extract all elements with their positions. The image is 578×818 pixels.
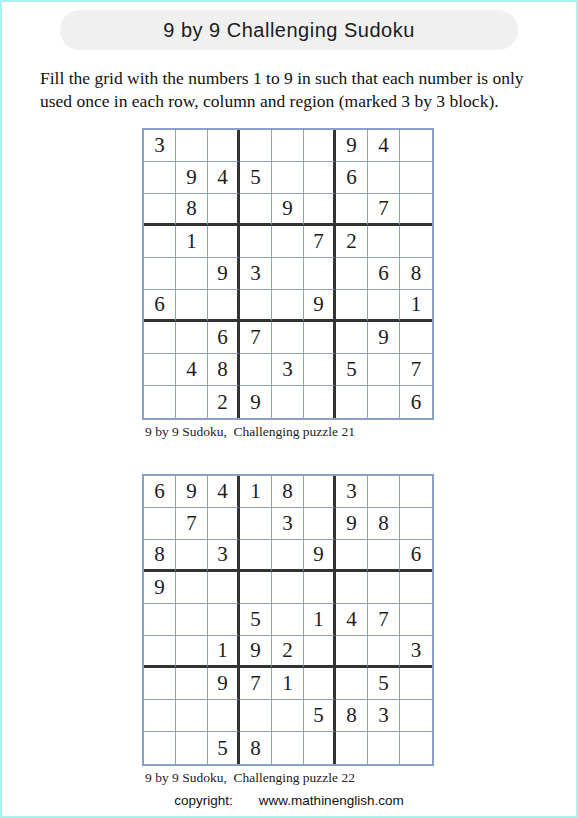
sudoku-cell-r6c8[interactable]: [368, 290, 400, 322]
sudoku-cell-r2c8[interactable]: 8: [368, 508, 400, 540]
sudoku-cell-r3c2[interactable]: 8: [176, 194, 208, 226]
sudoku-cell-r9c2[interactable]: [176, 732, 208, 764]
sudoku-cell-r3c6[interactable]: [304, 194, 336, 226]
sudoku-cell-r4c7[interactable]: [336, 572, 368, 604]
sudoku-cell-r6c2[interactable]: [176, 636, 208, 668]
sudoku-cell-r2c7[interactable]: 9: [336, 508, 368, 540]
sudoku-cell-r7c4[interactable]: 7: [240, 668, 272, 700]
puzzle-21-block: 3949456897172936869167948357296 9 by 9 S…: [142, 128, 576, 440]
sudoku-cell-r4c5[interactable]: [272, 572, 304, 604]
sudoku-cell-r7c1[interactable]: [144, 322, 176, 354]
sudoku-cell-r4c5[interactable]: [272, 226, 304, 258]
sudoku-cell-r9c3[interactable]: 2: [208, 386, 240, 418]
sudoku-cell-r6c9[interactable]: 1: [400, 290, 432, 322]
sudoku-cell-r6c9[interactable]: 3: [400, 636, 432, 668]
footer: copyright:www.mathinenglish.com: [2, 793, 576, 808]
sudoku-cell-r9c1[interactable]: [144, 386, 176, 418]
sudoku-cell-r1c8[interactable]: [368, 476, 400, 508]
sudoku-cell-r8c9[interactable]: 7: [400, 354, 432, 386]
sudoku-cell-r5c4[interactable]: 5: [240, 604, 272, 636]
sudoku-cell-r7c3[interactable]: 9: [208, 668, 240, 700]
sudoku-cell-r5c6[interactable]: [304, 258, 336, 290]
sudoku-cell-r5c6[interactable]: 1: [304, 604, 336, 636]
sudoku-cell-r9c7[interactable]: [336, 732, 368, 764]
sudoku-cell-r5c5[interactable]: [272, 258, 304, 290]
sudoku-cell-r8c3[interactable]: 8: [208, 354, 240, 386]
sudoku-cell-r5c7[interactable]: [336, 258, 368, 290]
sudoku-cell-r4c4[interactable]: [240, 572, 272, 604]
sudoku-cell-r8c5[interactable]: 3: [272, 354, 304, 386]
page-title: 9 by 9 Challenging Sudoku: [163, 19, 415, 42]
sudoku-cell-r3c7[interactable]: [336, 194, 368, 226]
sudoku-cell-r4c8[interactable]: [368, 226, 400, 258]
sudoku-cell-r6c4[interactable]: 9: [240, 636, 272, 668]
sudoku-cell-r1c3[interactable]: [208, 130, 240, 162]
instructions: Fill the grid with the numbers 1 to 9 in…: [40, 67, 576, 113]
copyright-url: www.mathinenglish.com: [259, 793, 404, 808]
sudoku-cell-r7c6[interactable]: [304, 668, 336, 700]
sudoku-cell-r5c8[interactable]: 6: [368, 258, 400, 290]
sudoku-cell-r8c7[interactable]: 8: [336, 700, 368, 732]
sudoku-cell-r3c1[interactable]: 8: [144, 540, 176, 572]
sudoku-cell-r2c1[interactable]: [144, 508, 176, 540]
sudoku-cell-r5c3[interactable]: [208, 604, 240, 636]
sudoku-cell-r3c2[interactable]: [176, 540, 208, 572]
sudoku-cell-r2c9[interactable]: [400, 162, 432, 194]
sudoku-cell-r1c6[interactable]: [304, 130, 336, 162]
sudoku-cell-r1c1[interactable]: 6: [144, 476, 176, 508]
sudoku-cell-r3c7[interactable]: [336, 540, 368, 572]
sudoku-cell-r1c2[interactable]: [176, 130, 208, 162]
sudoku-cell-r3c9[interactable]: [400, 194, 432, 226]
sudoku-cell-r2c3[interactable]: 4: [208, 162, 240, 194]
worksheet-page: 9 by 9 Challenging Sudoku Fill the grid …: [0, 0, 578, 818]
sudoku-cell-r4c2[interactable]: 1: [176, 226, 208, 258]
sudoku-cell-r7c1[interactable]: [144, 668, 176, 700]
sudoku-cell-r4c8[interactable]: [368, 572, 400, 604]
sudoku-cell-r8c8[interactable]: 3: [368, 700, 400, 732]
sudoku-cell-r9c4[interactable]: 9: [240, 386, 272, 418]
sudoku-cell-r3c1[interactable]: [144, 194, 176, 226]
sudoku-cell-r1c9[interactable]: [400, 476, 432, 508]
sudoku-cell-r1c7[interactable]: 3: [336, 476, 368, 508]
sudoku-cell-r6c5[interactable]: [272, 290, 304, 322]
sudoku-cell-r3c5[interactable]: 9: [272, 194, 304, 226]
sudoku-cell-r4c6[interactable]: [304, 572, 336, 604]
sudoku-cell-r7c6[interactable]: [304, 322, 336, 354]
sudoku-cell-r7c2[interactable]: [176, 322, 208, 354]
sudoku-cell-r6c8[interactable]: [368, 636, 400, 668]
sudoku-cell-r3c8[interactable]: [368, 540, 400, 572]
sudoku-cell-r2c5[interactable]: 3: [272, 508, 304, 540]
sudoku-cell-r2c9[interactable]: [400, 508, 432, 540]
sudoku-cell-r1c4[interactable]: [240, 130, 272, 162]
sudoku-cell-r6c3[interactable]: [208, 290, 240, 322]
sudoku-cell-r2c5[interactable]: [272, 162, 304, 194]
sudoku-cell-r1c3[interactable]: 4: [208, 476, 240, 508]
sudoku-cell-r7c9[interactable]: [400, 322, 432, 354]
title-pill: 9 by 9 Challenging Sudoku: [60, 10, 518, 50]
sudoku-cell-r1c7[interactable]: 9: [336, 130, 368, 162]
sudoku-cell-r4c3[interactable]: [208, 226, 240, 258]
sudoku-cell-r8c4[interactable]: [240, 700, 272, 732]
sudoku-cell-r5c5[interactable]: [272, 604, 304, 636]
sudoku-cell-r6c4[interactable]: [240, 290, 272, 322]
sudoku-cell-r5c8[interactable]: 7: [368, 604, 400, 636]
sudoku-cell-r3c4[interactable]: [240, 540, 272, 572]
sudoku-cell-r8c6[interactable]: 5: [304, 700, 336, 732]
sudoku-grid-puzzle-21: 3949456897172936869167948357296: [142, 128, 434, 420]
sudoku-cell-r1c5[interactable]: [272, 130, 304, 162]
sudoku-cell-r7c5[interactable]: 1: [272, 668, 304, 700]
sudoku-cell-r1c6[interactable]: [304, 476, 336, 508]
sudoku-cell-r9c9[interactable]: 6: [400, 386, 432, 418]
sudoku-cell-r5c7[interactable]: 4: [336, 604, 368, 636]
sudoku-cell-r6c7[interactable]: [336, 290, 368, 322]
sudoku-cell-r1c5[interactable]: 8: [272, 476, 304, 508]
sudoku-cell-r6c2[interactable]: [176, 290, 208, 322]
sudoku-cell-r8c2[interactable]: [176, 700, 208, 732]
sudoku-cell-r5c3[interactable]: 9: [208, 258, 240, 290]
sudoku-cell-r2c1[interactable]: [144, 162, 176, 194]
sudoku-cell-r8c6[interactable]: [304, 354, 336, 386]
sudoku-cell-r2c8[interactable]: [368, 162, 400, 194]
sudoku-cell-r3c9[interactable]: 6: [400, 540, 432, 572]
sudoku-cell-r2c7[interactable]: 6: [336, 162, 368, 194]
puzzle-22-block: 69418373988396951471923971558358 9 by 9 …: [142, 474, 576, 786]
puzzle-22-caption: 9 by 9 Sudoku, Challenging puzzle 22: [145, 770, 576, 786]
sudoku-cell-r7c7[interactable]: [336, 668, 368, 700]
sudoku-cell-r5c4[interactable]: 3: [240, 258, 272, 290]
sudoku-cell-r5c9[interactable]: 8: [400, 258, 432, 290]
sudoku-cell-r9c6[interactable]: [304, 386, 336, 418]
sudoku-cell-r3c4[interactable]: [240, 194, 272, 226]
sudoku-cell-r4c7[interactable]: 2: [336, 226, 368, 258]
sudoku-cell-r1c9[interactable]: [400, 130, 432, 162]
sudoku-cell-r5c2[interactable]: [176, 258, 208, 290]
sudoku-cell-r6c1[interactable]: 6: [144, 290, 176, 322]
sudoku-cell-r4c9[interactable]: [400, 226, 432, 258]
sudoku-cell-r9c4[interactable]: 8: [240, 732, 272, 764]
sudoku-cell-r9c8[interactable]: [368, 386, 400, 418]
sudoku-cell-r9c5[interactable]: [272, 386, 304, 418]
sudoku-cell-r8c8[interactable]: [368, 354, 400, 386]
sudoku-cell-r1c8[interactable]: 4: [368, 130, 400, 162]
sudoku-cell-r6c3[interactable]: 1: [208, 636, 240, 668]
sudoku-cell-r8c4[interactable]: [240, 354, 272, 386]
sudoku-cell-r2c4[interactable]: [240, 508, 272, 540]
sudoku-cell-r2c6[interactable]: [304, 162, 336, 194]
sudoku-cell-r7c7[interactable]: [336, 322, 368, 354]
sudoku-cell-r4c6[interactable]: 7: [304, 226, 336, 258]
sudoku-cell-r2c3[interactable]: [208, 508, 240, 540]
sudoku-cell-r1c4[interactable]: 1: [240, 476, 272, 508]
copyright-label: copyright:: [174, 793, 233, 808]
sudoku-cell-r6c5[interactable]: 2: [272, 636, 304, 668]
sudoku-cell-r6c6[interactable]: [304, 636, 336, 668]
sudoku-cell-r2c6[interactable]: [304, 508, 336, 540]
sudoku-cell-r3c3[interactable]: [208, 194, 240, 226]
sudoku-cell-r1c1[interactable]: 3: [144, 130, 176, 162]
sudoku-cell-r4c4[interactable]: [240, 226, 272, 258]
sudoku-cell-r7c8[interactable]: 5: [368, 668, 400, 700]
sudoku-cell-r4c3[interactable]: [208, 572, 240, 604]
sudoku-cell-r4c1[interactable]: [144, 226, 176, 258]
sudoku-cell-r9c9[interactable]: [400, 732, 432, 764]
sudoku-cell-r4c2[interactable]: [176, 572, 208, 604]
sudoku-cell-r9c8[interactable]: [368, 732, 400, 764]
sudoku-cell-r5c1[interactable]: [144, 258, 176, 290]
sudoku-cell-r8c3[interactable]: [208, 700, 240, 732]
sudoku-cell-r3c8[interactable]: 7: [368, 194, 400, 226]
puzzle-21-caption: 9 by 9 Sudoku, Challenging puzzle 21: [145, 424, 576, 440]
sudoku-cell-r7c2[interactable]: [176, 668, 208, 700]
sudoku-cell-r7c9[interactable]: [400, 668, 432, 700]
sudoku-cell-r5c1[interactable]: [144, 604, 176, 636]
sudoku-cell-r9c2[interactable]: [176, 386, 208, 418]
sudoku-cell-r8c1[interactable]: [144, 354, 176, 386]
sudoku-cell-r3c5[interactable]: [272, 540, 304, 572]
sudoku-cell-r8c1[interactable]: [144, 700, 176, 732]
sudoku-cell-r8c5[interactable]: [272, 700, 304, 732]
sudoku-cell-r2c4[interactable]: 5: [240, 162, 272, 194]
sudoku-cell-r8c2[interactable]: 4: [176, 354, 208, 386]
sudoku-cell-r2c2[interactable]: 9: [176, 162, 208, 194]
sudoku-cell-r2c2[interactable]: 7: [176, 508, 208, 540]
sudoku-cell-r9c5[interactable]: [272, 732, 304, 764]
sudoku-cell-r6c6[interactable]: 9: [304, 290, 336, 322]
sudoku-cell-r9c7[interactable]: [336, 386, 368, 418]
sudoku-grid-puzzle-22: 69418373988396951471923971558358: [142, 474, 434, 766]
sudoku-cell-r9c3[interactable]: 5: [208, 732, 240, 764]
sudoku-cell-r6c1[interactable]: [144, 636, 176, 668]
sudoku-cell-r9c6[interactable]: [304, 732, 336, 764]
sudoku-cell-r7c5[interactable]: [272, 322, 304, 354]
sudoku-cell-r7c4[interactable]: 7: [240, 322, 272, 354]
sudoku-cell-r8c9[interactable]: [400, 700, 432, 732]
sudoku-cell-r7c8[interactable]: 9: [368, 322, 400, 354]
sudoku-cell-r4c9[interactable]: [400, 572, 432, 604]
instructions-line-2: used once in each row, column and region…: [40, 90, 576, 113]
sudoku-cell-r4c1[interactable]: 9: [144, 572, 176, 604]
sudoku-cell-r7c3[interactable]: 6: [208, 322, 240, 354]
sudoku-cell-r6c7[interactable]: [336, 636, 368, 668]
sudoku-cell-r8c7[interactable]: 5: [336, 354, 368, 386]
sudoku-cell-r3c3[interactable]: 3: [208, 540, 240, 572]
sudoku-cell-r3c6[interactable]: 9: [304, 540, 336, 572]
sudoku-cell-r1c2[interactable]: 9: [176, 476, 208, 508]
sudoku-cell-r5c2[interactable]: [176, 604, 208, 636]
sudoku-cell-r5c9[interactable]: [400, 604, 432, 636]
instructions-line-1: Fill the grid with the numbers 1 to 9 in…: [40, 67, 576, 90]
sudoku-cell-r9c1[interactable]: [144, 732, 176, 764]
